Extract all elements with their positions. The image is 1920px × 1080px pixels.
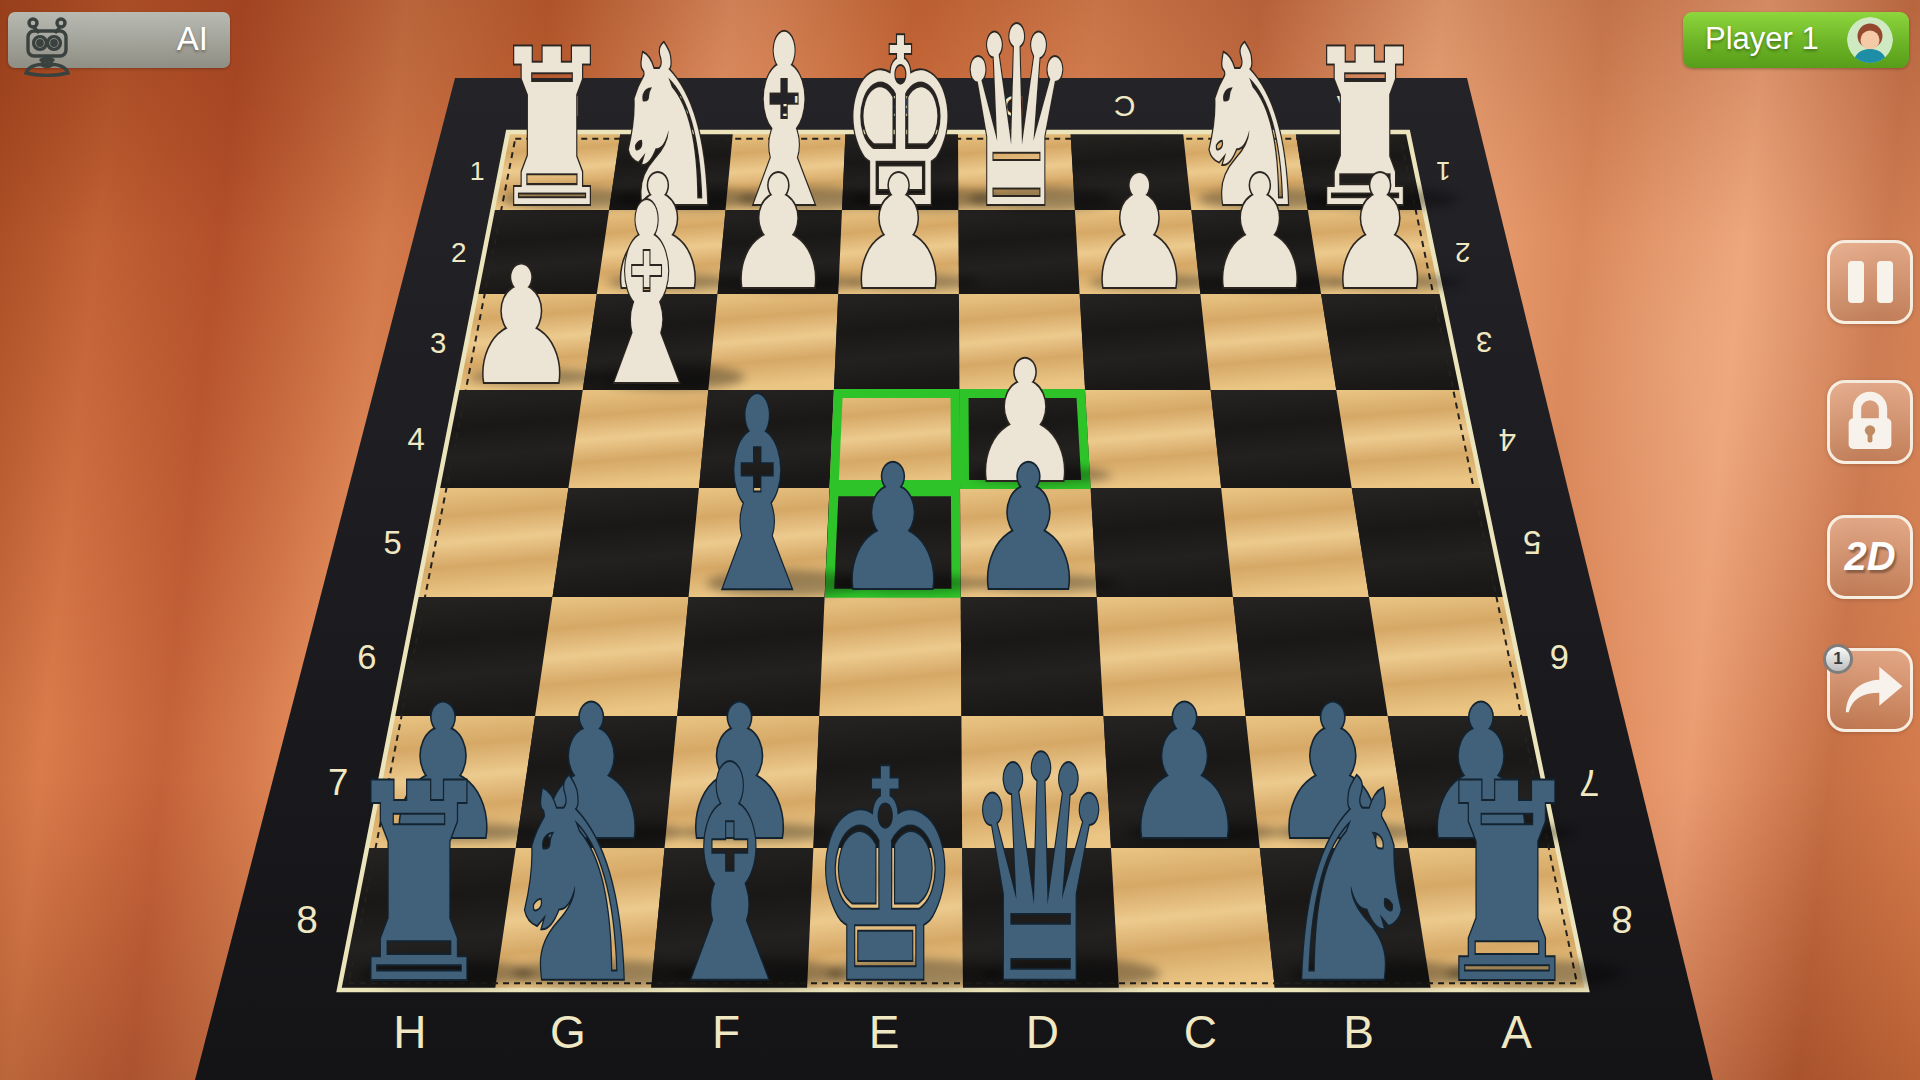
- rank-label-left-2: 2: [451, 237, 467, 268]
- piece-white-pawn-e2[interactable]: ♟: [844, 142, 953, 324]
- opponent-name: AI: [177, 20, 208, 58]
- pause-icon: [1830, 243, 1910, 321]
- rank-label-right-8: 8: [1611, 898, 1633, 941]
- opponent-bar: AI: [8, 12, 230, 68]
- lock-icon: [1830, 383, 1910, 461]
- square-a5[interactable]: [1352, 488, 1505, 597]
- piece-black-rook-h8[interactable]: ♜: [343, 726, 494, 1042]
- file-label-bottom-c: C: [1184, 1006, 1217, 1058]
- rank-label-left-3: 3: [430, 326, 446, 359]
- robot-icon: [16, 15, 78, 77]
- game-scene: HGFEDCBAHGFEDCBA1122334455667788♜♞♝♚♛♞♜♟…: [0, 0, 1920, 1080]
- square-a4[interactable]: [1336, 390, 1482, 488]
- share-button[interactable]: 1: [1827, 648, 1913, 732]
- chess-board[interactable]: HGFEDCBAHGFEDCBA1122334455667788♜♞♝♚♛♞♜♟…: [0, 0, 1920, 1080]
- piece-white-pawn-c2[interactable]: ♟: [1085, 142, 1194, 324]
- piece-white-pawn-a2[interactable]: ♟: [1326, 142, 1435, 324]
- share-badge: 1: [1823, 644, 1853, 674]
- 2d-label: 2D: [1830, 534, 1910, 579]
- square-b5[interactable]: [1221, 488, 1369, 597]
- piece-black-bishop-f8[interactable]: ♝: [657, 704, 803, 1048]
- square-b4[interactable]: [1211, 390, 1352, 488]
- piece-white-pawn-b2[interactable]: ♟: [1205, 142, 1314, 324]
- player-bar: Player 1: [1683, 12, 1909, 68]
- piece-black-knight-g8[interactable]: ♞: [497, 721, 651, 1043]
- piece-black-king-e8[interactable]: ♚: [810, 708, 961, 1047]
- rank-label-left-5: 5: [384, 524, 402, 561]
- pause-button[interactable]: [1827, 240, 1913, 324]
- piece-black-queen-d8[interactable]: ♛: [964, 691, 1117, 1052]
- 2d-view-button[interactable]: 2D: [1827, 515, 1913, 599]
- rank-label-right-2: 2: [1455, 237, 1471, 268]
- piece-black-bishop-f5[interactable]: ♝: [692, 342, 823, 652]
- piece-white-pawn-h3[interactable]: ♟: [465, 233, 578, 420]
- piece-white-queen-d1[interactable]: ♛: [956, 0, 1077, 262]
- piece-black-pawn-c7[interactable]: ♟: [1120, 667, 1249, 881]
- piece-black-pawn-e5[interactable]: ♟: [833, 429, 953, 629]
- rank-label-right-1: 1: [1436, 156, 1451, 186]
- square-g5[interactable]: [552, 488, 698, 597]
- rank-label-right-4: 4: [1499, 422, 1516, 457]
- rank-label-right-3: 3: [1476, 326, 1492, 359]
- piece-black-rook-a8[interactable]: ♜: [1431, 726, 1582, 1042]
- person-avatar-icon: [1847, 17, 1893, 63]
- rank-label-left-1: 1: [470, 156, 485, 186]
- rank-label-right-6: 6: [1550, 638, 1569, 676]
- file-label-top-c: C: [1114, 90, 1136, 123]
- player-name: Player 1: [1705, 21, 1819, 57]
- piece-black-pawn-d5[interactable]: ♟: [969, 429, 1089, 629]
- rank-label-left-6: 6: [357, 638, 376, 676]
- rank-label-left-8: 8: [296, 898, 318, 941]
- piece-black-knight-b8[interactable]: ♞: [1274, 721, 1428, 1043]
- piece-white-bishop-g3[interactable]: ♝: [585, 151, 708, 441]
- square-h5[interactable]: [416, 488, 568, 597]
- rank-label-right-5: 5: [1523, 524, 1541, 561]
- piece-white-pawn-f2[interactable]: ♟: [724, 142, 833, 324]
- lock-button[interactable]: [1827, 380, 1913, 464]
- rank-label-left-4: 4: [408, 422, 425, 457]
